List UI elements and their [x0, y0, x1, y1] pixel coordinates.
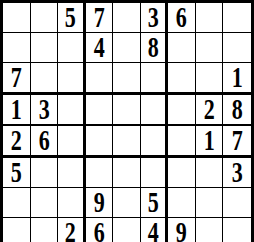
given-digit: 4 [148, 218, 159, 242]
cell-r3c8[interactable] [196, 63, 224, 95]
cell-r1c5[interactable] [113, 3, 141, 33]
given-digit: 2 [65, 218, 76, 242]
cell-r7c3[interactable] [58, 158, 86, 188]
cell-r4c8[interactable]: 2 [196, 95, 224, 125]
cell-r6c7[interactable] [168, 126, 196, 158]
given-digit: 1 [204, 126, 215, 155]
cell-r8c8[interactable] [196, 188, 224, 218]
cell-r3c9[interactable]: 1 [223, 63, 251, 95]
given-digit: 9 [176, 218, 187, 242]
cell-r8c9[interactable] [223, 188, 251, 218]
given-digit: 1 [11, 95, 22, 124]
cell-r3c2[interactable] [31, 63, 59, 95]
cell-r3c4[interactable] [86, 63, 114, 95]
cell-r9c1[interactable] [3, 218, 31, 242]
cell-r1c4[interactable]: 7 [86, 3, 114, 33]
cell-r7c2[interactable] [31, 158, 59, 188]
cell-r9c6[interactable]: 4 [141, 218, 169, 242]
cell-r2c7[interactable] [168, 33, 196, 63]
cell-r3c5[interactable] [113, 63, 141, 95]
cell-r3c6[interactable] [141, 63, 169, 95]
cell-r4c4[interactable] [86, 95, 114, 125]
cell-r2c6[interactable]: 8 [141, 33, 169, 63]
cell-r8c5[interactable] [113, 188, 141, 218]
cell-r4c5[interactable] [113, 95, 141, 125]
cell-r7c7[interactable] [168, 158, 196, 188]
given-digit: 4 [93, 33, 104, 62]
cell-r6c4[interactable] [86, 126, 114, 158]
given-digit: 1 [232, 63, 243, 92]
cell-r9c5[interactable] [113, 218, 141, 242]
cell-r6c9[interactable]: 7 [223, 126, 251, 158]
cell-r3c3[interactable] [58, 63, 86, 95]
cell-r6c5[interactable] [113, 126, 141, 158]
cell-r1c7[interactable]: 6 [168, 3, 196, 33]
given-digit: 5 [65, 3, 76, 32]
cell-r8c7[interactable] [168, 188, 196, 218]
sudoku-board: 573648711328261753952649 [0, 0, 254, 242]
given-digit: 7 [11, 63, 22, 92]
cell-r1c1[interactable] [3, 3, 31, 33]
given-digit: 5 [11, 158, 22, 187]
cell-r2c8[interactable] [196, 33, 224, 63]
cell-r9c9[interactable] [223, 218, 251, 242]
cell-r2c1[interactable] [3, 33, 31, 63]
cell-r4c6[interactable] [141, 95, 169, 125]
cell-r3c1[interactable]: 7 [3, 63, 31, 95]
cell-r9c7[interactable]: 9 [168, 218, 196, 242]
cell-r4c2[interactable]: 3 [31, 95, 59, 125]
cell-r7c6[interactable] [141, 158, 169, 188]
cell-r1c6[interactable]: 3 [141, 3, 169, 33]
cell-r8c2[interactable] [31, 188, 59, 218]
cell-r7c5[interactable] [113, 158, 141, 188]
cell-r9c8[interactable] [196, 218, 224, 242]
cell-r8c6[interactable]: 5 [141, 188, 169, 218]
cell-r2c5[interactable] [113, 33, 141, 63]
cell-r1c8[interactable] [196, 3, 224, 33]
cell-r6c1[interactable]: 2 [3, 126, 31, 158]
given-digit: 2 [204, 95, 215, 124]
cell-r6c3[interactable] [58, 126, 86, 158]
given-digit: 6 [176, 3, 187, 32]
cell-r1c2[interactable] [31, 3, 59, 33]
cell-r6c6[interactable] [141, 126, 169, 158]
cell-r6c8[interactable]: 1 [196, 126, 224, 158]
cell-r9c2[interactable] [31, 218, 59, 242]
cell-r1c3[interactable]: 5 [58, 3, 86, 33]
cell-r6c2[interactable]: 6 [31, 126, 59, 158]
cell-r4c9[interactable]: 8 [223, 95, 251, 125]
cell-r3c7[interactable] [168, 63, 196, 95]
cell-r4c3[interactable] [58, 95, 86, 125]
given-digit: 7 [232, 126, 243, 155]
cell-r2c9[interactable] [223, 33, 251, 63]
cell-r1c9[interactable] [223, 3, 251, 33]
cell-r9c3[interactable]: 2 [58, 218, 86, 242]
given-digit: 7 [93, 3, 104, 32]
cell-r9c4[interactable]: 6 [86, 218, 114, 242]
cell-r2c3[interactable] [58, 33, 86, 63]
cell-r8c4[interactable]: 9 [86, 188, 114, 218]
cell-r4c1[interactable]: 1 [3, 95, 31, 125]
cell-r2c4[interactable]: 4 [86, 33, 114, 63]
given-digit: 9 [93, 188, 104, 217]
cell-r8c3[interactable] [58, 188, 86, 218]
given-digit: 8 [232, 95, 243, 124]
given-digit: 6 [93, 218, 104, 242]
cell-r7c8[interactable] [196, 158, 224, 188]
cell-r8c1[interactable] [3, 188, 31, 218]
cell-r7c4[interactable] [86, 158, 114, 188]
given-digit: 8 [148, 33, 159, 62]
given-digit: 3 [232, 158, 243, 187]
cell-r7c1[interactable]: 5 [3, 158, 31, 188]
cell-r2c2[interactable] [31, 33, 59, 63]
cell-r4c7[interactable] [168, 95, 196, 125]
given-digit: 3 [148, 3, 159, 32]
given-digit: 5 [148, 188, 159, 217]
given-digit: 2 [11, 126, 22, 155]
cell-r7c9[interactable]: 3 [223, 158, 251, 188]
given-digit: 3 [38, 95, 49, 124]
given-digit: 6 [38, 126, 49, 155]
